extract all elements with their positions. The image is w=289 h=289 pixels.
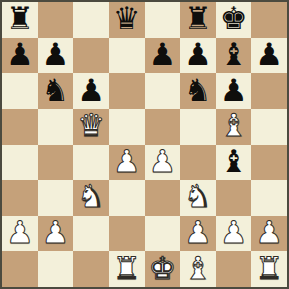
white-rook-h1[interactable]: ♜ — [255, 251, 283, 285]
square-g1[interactable] — [216, 251, 252, 287]
square-c6[interactable]: ♟ — [73, 73, 109, 109]
square-d6[interactable] — [109, 73, 145, 109]
square-f2[interactable]: ♟ — [180, 216, 216, 252]
square-a2[interactable]: ♟ — [2, 216, 38, 252]
square-a3[interactable] — [2, 180, 38, 216]
square-h7[interactable]: ♟ — [251, 38, 287, 74]
square-g8[interactable]: ♚ — [216, 2, 252, 38]
square-f5[interactable] — [180, 109, 216, 145]
square-d2[interactable] — [109, 216, 145, 252]
white-king-e1[interactable]: ♚ — [148, 251, 176, 285]
square-h6[interactable] — [251, 73, 287, 109]
black-queen-d8[interactable]: ♛ — [113, 2, 141, 36]
white-pawn-a2[interactable]: ♟ — [6, 216, 34, 250]
square-b8[interactable] — [38, 2, 74, 38]
white-pawn-h2[interactable]: ♟ — [255, 216, 283, 250]
square-b4[interactable] — [38, 145, 74, 181]
square-g6[interactable]: ♟ — [216, 73, 252, 109]
square-a6[interactable] — [2, 73, 38, 109]
white-knight-c3[interactable]: ♞ — [77, 180, 105, 214]
black-king-g8[interactable]: ♚ — [220, 2, 248, 36]
black-bishop-g4[interactable]: ♝ — [220, 145, 248, 179]
square-e3[interactable] — [145, 180, 181, 216]
square-e5[interactable] — [145, 109, 181, 145]
square-b7[interactable]: ♟ — [38, 38, 74, 74]
chess-board: ♜♛♜♚♟♟♟♟♝♟♞♟♞♟♛♝♟♟♝♞♞♟♟♟♟♟♜♚♝♜ — [0, 0, 289, 289]
square-g4[interactable]: ♝ — [216, 145, 252, 181]
square-f3[interactable]: ♞ — [180, 180, 216, 216]
square-h2[interactable]: ♟ — [251, 216, 287, 252]
black-bishop-g7[interactable]: ♝ — [220, 38, 248, 72]
square-f8[interactable]: ♜ — [180, 2, 216, 38]
black-pawn-e7[interactable]: ♟ — [148, 38, 176, 72]
square-e6[interactable] — [145, 73, 181, 109]
square-g5[interactable]: ♝ — [216, 109, 252, 145]
square-c5[interactable]: ♛ — [73, 109, 109, 145]
square-h8[interactable] — [251, 2, 287, 38]
square-e7[interactable]: ♟ — [145, 38, 181, 74]
square-d1[interactable]: ♜ — [109, 251, 145, 287]
white-knight-f3[interactable]: ♞ — [184, 180, 212, 214]
black-pawn-a7[interactable]: ♟ — [6, 38, 34, 72]
white-bishop-f1[interactable]: ♝ — [184, 251, 212, 285]
white-pawn-b2[interactable]: ♟ — [42, 216, 70, 250]
black-knight-b6[interactable]: ♞ — [42, 73, 70, 107]
white-bishop-g5[interactable]: ♝ — [220, 109, 248, 143]
square-h4[interactable] — [251, 145, 287, 181]
white-pawn-f2[interactable]: ♟ — [184, 216, 212, 250]
square-c8[interactable] — [73, 2, 109, 38]
black-rook-a8[interactable]: ♜ — [6, 2, 34, 36]
square-a5[interactable] — [2, 109, 38, 145]
square-c4[interactable] — [73, 145, 109, 181]
black-rook-f8[interactable]: ♜ — [184, 2, 212, 36]
square-a7[interactable]: ♟ — [2, 38, 38, 74]
black-pawn-g6[interactable]: ♟ — [220, 73, 248, 107]
square-c7[interactable] — [73, 38, 109, 74]
square-h1[interactable]: ♜ — [251, 251, 287, 287]
square-g7[interactable]: ♝ — [216, 38, 252, 74]
square-f7[interactable]: ♟ — [180, 38, 216, 74]
square-a4[interactable] — [2, 145, 38, 181]
white-queen-c5[interactable]: ♛ — [77, 109, 105, 143]
square-d7[interactable] — [109, 38, 145, 74]
square-g3[interactable] — [216, 180, 252, 216]
square-d3[interactable] — [109, 180, 145, 216]
square-d8[interactable]: ♛ — [109, 2, 145, 38]
square-e2[interactable] — [145, 216, 181, 252]
square-f6[interactable]: ♞ — [180, 73, 216, 109]
square-c3[interactable]: ♞ — [73, 180, 109, 216]
white-pawn-e4[interactable]: ♟ — [148, 145, 176, 179]
square-b6[interactable]: ♞ — [38, 73, 74, 109]
square-e4[interactable]: ♟ — [145, 145, 181, 181]
square-b2[interactable]: ♟ — [38, 216, 74, 252]
square-b5[interactable] — [38, 109, 74, 145]
square-b1[interactable] — [38, 251, 74, 287]
square-c1[interactable] — [73, 251, 109, 287]
square-e8[interactable] — [145, 2, 181, 38]
square-c2[interactable] — [73, 216, 109, 252]
square-e1[interactable]: ♚ — [145, 251, 181, 287]
black-pawn-f7[interactable]: ♟ — [184, 38, 212, 72]
black-knight-f6[interactable]: ♞ — [184, 73, 212, 107]
white-pawn-g2[interactable]: ♟ — [220, 216, 248, 250]
white-pawn-d4[interactable]: ♟ — [113, 145, 141, 179]
square-d5[interactable] — [109, 109, 145, 145]
square-f1[interactable]: ♝ — [180, 251, 216, 287]
black-pawn-b7[interactable]: ♟ — [42, 38, 70, 72]
square-h3[interactable] — [251, 180, 287, 216]
square-a1[interactable] — [2, 251, 38, 287]
square-b3[interactable] — [38, 180, 74, 216]
square-h5[interactable] — [251, 109, 287, 145]
square-d4[interactable]: ♟ — [109, 145, 145, 181]
black-pawn-h7[interactable]: ♟ — [255, 38, 283, 72]
black-pawn-c6[interactable]: ♟ — [77, 73, 105, 107]
square-f4[interactable] — [180, 145, 216, 181]
square-g2[interactable]: ♟ — [216, 216, 252, 252]
white-rook-d1[interactable]: ♜ — [113, 251, 141, 285]
square-a8[interactable]: ♜ — [2, 2, 38, 38]
